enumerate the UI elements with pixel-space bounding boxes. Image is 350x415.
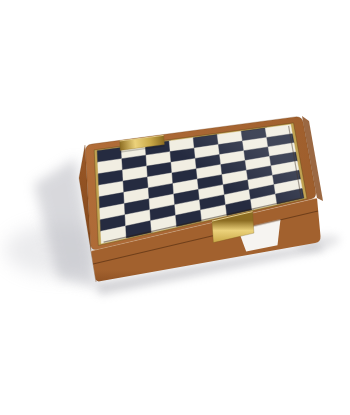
game-box-photo (0, 0, 350, 415)
product-photo (0, 0, 350, 415)
